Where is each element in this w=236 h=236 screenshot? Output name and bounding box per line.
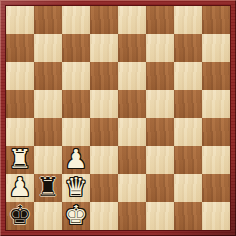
square-e6[interactable]: [118, 62, 146, 90]
square-c8[interactable]: [62, 6, 90, 34]
square-b5[interactable]: [34, 90, 62, 118]
square-h3[interactable]: [202, 146, 230, 174]
black-rook-b2[interactable]: ♜: [36, 173, 59, 201]
square-a1[interactable]: ♚: [6, 202, 34, 230]
black-king-a1[interactable]: ♚: [8, 201, 31, 229]
square-e8[interactable]: [118, 6, 146, 34]
square-b6[interactable]: [34, 62, 62, 90]
white-queen-c2[interactable]: ♛: [64, 173, 87, 201]
chess-board: ♜♟♟♜♛♚♚: [5, 5, 231, 231]
square-d1[interactable]: [90, 202, 118, 230]
square-d2[interactable]: [90, 174, 118, 202]
square-f1[interactable]: [146, 202, 174, 230]
square-b1[interactable]: [34, 202, 62, 230]
square-d7[interactable]: [90, 34, 118, 62]
square-a3[interactable]: ♜: [6, 146, 34, 174]
square-f8[interactable]: [146, 6, 174, 34]
square-c5[interactable]: [62, 90, 90, 118]
board-frame: ♜♟♟♜♛♚♚: [0, 0, 236, 236]
square-h6[interactable]: [202, 62, 230, 90]
white-rook-a3[interactable]: ♜: [8, 145, 31, 173]
square-b4[interactable]: [34, 118, 62, 146]
square-g5[interactable]: [174, 90, 202, 118]
square-e4[interactable]: [118, 118, 146, 146]
square-c1[interactable]: ♚: [62, 202, 90, 230]
square-h4[interactable]: [202, 118, 230, 146]
square-h7[interactable]: [202, 34, 230, 62]
white-king-c1[interactable]: ♚: [64, 201, 87, 229]
square-g8[interactable]: [174, 6, 202, 34]
square-a5[interactable]: [6, 90, 34, 118]
square-c4[interactable]: [62, 118, 90, 146]
square-a7[interactable]: [6, 34, 34, 62]
square-e2[interactable]: [118, 174, 146, 202]
white-pawn-a2[interactable]: ♟: [8, 173, 31, 201]
square-g2[interactable]: [174, 174, 202, 202]
square-d6[interactable]: [90, 62, 118, 90]
square-h5[interactable]: [202, 90, 230, 118]
white-pawn-c3[interactable]: ♟: [64, 145, 87, 173]
square-b2[interactable]: ♜: [34, 174, 62, 202]
square-g7[interactable]: [174, 34, 202, 62]
square-h2[interactable]: [202, 174, 230, 202]
square-d5[interactable]: [90, 90, 118, 118]
square-d3[interactable]: [90, 146, 118, 174]
square-b8[interactable]: [34, 6, 62, 34]
square-f2[interactable]: [146, 174, 174, 202]
square-c7[interactable]: [62, 34, 90, 62]
square-e1[interactable]: [118, 202, 146, 230]
square-f7[interactable]: [146, 34, 174, 62]
square-c3[interactable]: ♟: [62, 146, 90, 174]
square-e5[interactable]: [118, 90, 146, 118]
square-f5[interactable]: [146, 90, 174, 118]
square-h8[interactable]: [202, 6, 230, 34]
square-g4[interactable]: [174, 118, 202, 146]
square-g1[interactable]: [174, 202, 202, 230]
square-g6[interactable]: [174, 62, 202, 90]
square-f3[interactable]: [146, 146, 174, 174]
square-c2[interactable]: ♛: [62, 174, 90, 202]
square-e7[interactable]: [118, 34, 146, 62]
square-a4[interactable]: [6, 118, 34, 146]
square-h1[interactable]: [202, 202, 230, 230]
square-a2[interactable]: ♟: [6, 174, 34, 202]
square-f4[interactable]: [146, 118, 174, 146]
square-e3[interactable]: [118, 146, 146, 174]
square-d4[interactable]: [90, 118, 118, 146]
square-b3[interactable]: [34, 146, 62, 174]
square-f6[interactable]: [146, 62, 174, 90]
square-a8[interactable]: [6, 6, 34, 34]
square-d8[interactable]: [90, 6, 118, 34]
square-a6[interactable]: [6, 62, 34, 90]
square-b7[interactable]: [34, 34, 62, 62]
square-c6[interactable]: [62, 62, 90, 90]
square-g3[interactable]: [174, 146, 202, 174]
